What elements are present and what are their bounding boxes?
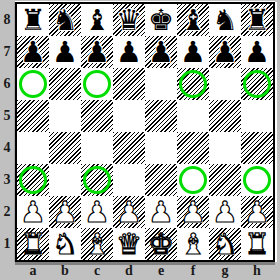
square-b6[interactable] xyxy=(49,68,81,100)
square-g3[interactable] xyxy=(209,164,241,196)
square-f4[interactable] xyxy=(177,132,209,164)
square-h7[interactable]: ♟ xyxy=(241,36,273,68)
square-g1[interactable]: ♞ xyxy=(209,228,241,260)
piece-white-pawn[interactable]: ♟ xyxy=(177,196,209,228)
piece-black-pawn[interactable]: ♟ xyxy=(145,36,177,68)
file-label-a: a xyxy=(17,263,49,279)
square-h8[interactable]: ♜ xyxy=(241,4,273,36)
legal-move-hint[interactable] xyxy=(19,166,47,194)
square-a7[interactable]: ♟ xyxy=(17,36,49,68)
square-e1[interactable]: ♚ xyxy=(145,228,177,260)
file-label-h: h xyxy=(241,263,273,279)
file-label-d: d xyxy=(113,263,145,279)
square-h3[interactable] xyxy=(241,164,273,196)
square-b3[interactable] xyxy=(49,164,81,196)
square-f2[interactable]: ♟ xyxy=(177,196,209,228)
square-g6[interactable] xyxy=(209,68,241,100)
rank-label-1: 1 xyxy=(0,228,14,260)
rank-label-2: 2 xyxy=(0,196,14,228)
square-b2[interactable]: ♟ xyxy=(49,196,81,228)
square-f1[interactable]: ♝ xyxy=(177,228,209,260)
file-label-b: b xyxy=(49,263,81,279)
chess-board: ♜♞♝♛♚♝♞♜♟♟♟♟♟♟♟♟♟♟♟♟♟♟♟♟♜♞♝♛♚♝♞♜ xyxy=(17,4,273,260)
piece-white-rook[interactable]: ♜ xyxy=(17,228,49,260)
square-h1[interactable]: ♜ xyxy=(241,228,273,260)
file-label-g: g xyxy=(209,263,241,279)
piece-white-rook[interactable]: ♜ xyxy=(241,228,273,260)
rank-label-8: 8 xyxy=(0,4,14,36)
piece-white-pawn[interactable]: ♟ xyxy=(209,196,241,228)
square-d6[interactable] xyxy=(113,68,145,100)
square-h6[interactable] xyxy=(241,68,273,100)
square-f7[interactable]: ♟ xyxy=(177,36,209,68)
piece-black-rook[interactable]: ♜ xyxy=(241,4,273,36)
piece-white-bishop[interactable]: ♝ xyxy=(177,228,209,260)
square-g5[interactable] xyxy=(209,100,241,132)
square-c3[interactable] xyxy=(81,164,113,196)
square-f8[interactable]: ♝ xyxy=(177,4,209,36)
piece-white-pawn[interactable]: ♟ xyxy=(241,196,273,228)
square-g4[interactable] xyxy=(209,132,241,164)
file-label-e: e xyxy=(145,263,177,279)
square-b5[interactable] xyxy=(49,100,81,132)
square-e2[interactable]: ♟ xyxy=(145,196,177,228)
rank-label-5: 5 xyxy=(0,100,14,132)
piece-black-pawn[interactable]: ♟ xyxy=(113,36,145,68)
square-c7[interactable]: ♟ xyxy=(81,36,113,68)
square-d8[interactable]: ♛ xyxy=(113,4,145,36)
square-d5[interactable] xyxy=(113,100,145,132)
square-c8[interactable]: ♝ xyxy=(81,4,113,36)
square-d4[interactable] xyxy=(113,132,145,164)
piece-white-pawn[interactable]: ♟ xyxy=(81,196,113,228)
square-e3[interactable] xyxy=(145,164,177,196)
square-b7[interactable]: ♟ xyxy=(49,36,81,68)
square-a5[interactable] xyxy=(17,100,49,132)
piece-black-pawn[interactable]: ♟ xyxy=(49,36,81,68)
piece-white-pawn[interactable]: ♟ xyxy=(113,196,145,228)
file-label-f: f xyxy=(177,263,209,279)
square-b4[interactable] xyxy=(49,132,81,164)
piece-white-pawn[interactable]: ♟ xyxy=(49,196,81,228)
square-f6[interactable] xyxy=(177,68,209,100)
legal-move-hint[interactable] xyxy=(179,166,207,194)
piece-white-knight[interactable]: ♞ xyxy=(49,228,81,260)
legal-move-hint[interactable] xyxy=(19,70,47,98)
piece-black-pawn[interactable]: ♟ xyxy=(241,36,273,68)
square-g2[interactable]: ♟ xyxy=(209,196,241,228)
square-a8[interactable]: ♜ xyxy=(17,4,49,36)
square-f3[interactable] xyxy=(177,164,209,196)
square-c5[interactable] xyxy=(81,100,113,132)
square-f5[interactable] xyxy=(177,100,209,132)
square-c4[interactable] xyxy=(81,132,113,164)
rank-label-4: 4 xyxy=(0,132,14,164)
rank-label-6: 6 xyxy=(0,68,14,100)
square-d3[interactable] xyxy=(113,164,145,196)
legal-move-hint[interactable] xyxy=(179,70,207,98)
legal-move-hint[interactable] xyxy=(83,166,111,194)
square-b8[interactable]: ♞ xyxy=(49,4,81,36)
square-d1[interactable]: ♛ xyxy=(113,228,145,260)
piece-black-queen[interactable]: ♛ xyxy=(113,4,145,36)
piece-white-pawn[interactable]: ♟ xyxy=(145,196,177,228)
piece-black-bishop[interactable]: ♝ xyxy=(177,4,209,36)
piece-black-pawn[interactable]: ♟ xyxy=(81,36,113,68)
piece-black-pawn[interactable]: ♟ xyxy=(209,36,241,68)
square-e5[interactable] xyxy=(145,100,177,132)
piece-black-pawn[interactable]: ♟ xyxy=(177,36,209,68)
piece-black-rook[interactable]: ♜ xyxy=(17,4,49,36)
piece-white-king[interactable]: ♚ xyxy=(145,228,177,260)
file-label-c: c xyxy=(81,263,113,279)
square-a6[interactable] xyxy=(17,68,49,100)
piece-black-bishop[interactable]: ♝ xyxy=(81,4,113,36)
chess-board-frame: ♜♞♝♛♚♝♞♜♟♟♟♟♟♟♟♟♟♟♟♟♟♟♟♟♜♞♝♛♚♝♞♜ xyxy=(15,2,275,262)
piece-black-king[interactable]: ♚ xyxy=(145,4,177,36)
piece-black-knight[interactable]: ♞ xyxy=(209,4,241,36)
square-e6[interactable] xyxy=(145,68,177,100)
piece-black-knight[interactable]: ♞ xyxy=(49,4,81,36)
square-a3[interactable] xyxy=(17,164,49,196)
legal-move-hint[interactable] xyxy=(83,70,111,98)
square-g8[interactable]: ♞ xyxy=(209,4,241,36)
rank-label-7: 7 xyxy=(0,36,14,68)
square-h4[interactable] xyxy=(241,132,273,164)
square-a4[interactable] xyxy=(17,132,49,164)
piece-white-bishop[interactable]: ♝ xyxy=(81,228,113,260)
square-e8[interactable]: ♚ xyxy=(145,4,177,36)
piece-white-pawn[interactable]: ♟ xyxy=(17,196,49,228)
square-d7[interactable]: ♟ xyxy=(113,36,145,68)
legal-move-hint[interactable] xyxy=(243,70,271,98)
piece-black-pawn[interactable]: ♟ xyxy=(17,36,49,68)
square-g7[interactable]: ♟ xyxy=(209,36,241,68)
square-e4[interactable] xyxy=(145,132,177,164)
legal-move-hint[interactable] xyxy=(243,166,271,194)
square-e7[interactable]: ♟ xyxy=(145,36,177,68)
square-h5[interactable] xyxy=(241,100,273,132)
rank-label-3: 3 xyxy=(0,164,14,196)
square-c2[interactable]: ♟ xyxy=(81,196,113,228)
square-b1[interactable]: ♞ xyxy=(49,228,81,260)
piece-white-knight[interactable]: ♞ xyxy=(209,228,241,260)
square-a1[interactable]: ♜ xyxy=(17,228,49,260)
square-h2[interactable]: ♟ xyxy=(241,196,273,228)
square-c1[interactable]: ♝ xyxy=(81,228,113,260)
square-a2[interactable]: ♟ xyxy=(17,196,49,228)
piece-white-queen[interactable]: ♛ xyxy=(113,228,145,260)
square-c6[interactable] xyxy=(81,68,113,100)
square-d2[interactable]: ♟ xyxy=(113,196,145,228)
